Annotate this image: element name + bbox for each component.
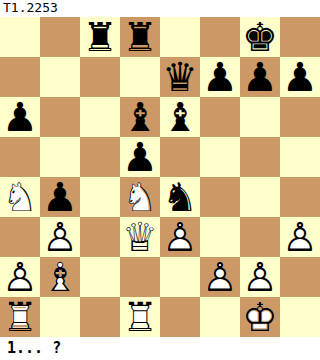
square-g7[interactable]: ♟ [240,57,280,97]
square-e1[interactable] [160,297,200,337]
wr-outline-glyph: ♖ [120,297,160,337]
wp-outline-glyph: ♙ [280,217,320,257]
square-f3[interactable] [200,217,240,257]
square-f5[interactable] [200,137,240,177]
wp-outline-glyph: ♙ [160,217,200,257]
square-b3[interactable]: ♟♙ [40,217,80,257]
wp-piece-f2: ♟♙ [200,257,240,297]
square-b7[interactable] [40,57,80,97]
square-b8[interactable] [40,17,80,57]
bn-piece-e4: ♞ [160,177,200,217]
wq-piece-d3: ♛♕ [120,217,160,257]
wp-outline-glyph: ♙ [240,257,280,297]
square-d3[interactable]: ♛♕ [120,217,160,257]
square-g4[interactable] [240,177,280,217]
wk-piece-g1: ♚♔ [240,297,280,337]
square-f2[interactable]: ♟♙ [200,257,240,297]
chess-board: ♜♜♚♛♟♟♟♟♝♝♟♞♘♟♞♘♞♟♙♛♕♟♙♟♙♟♙♝♗♟♙♟♙♜♖♜♖♚♔ [0,17,320,337]
wk-outline-glyph: ♔ [240,297,280,337]
square-e7[interactable]: ♛ [160,57,200,97]
move-prompt: 1... ? [0,337,320,360]
square-a4[interactable]: ♞♘ [0,177,40,217]
square-h5[interactable] [280,137,320,177]
square-h1[interactable] [280,297,320,337]
wp-piece-h3: ♟♙ [280,217,320,257]
br-piece-d8: ♜ [120,17,160,57]
bb-piece-d6: ♝ [120,97,160,137]
square-c1[interactable] [80,297,120,337]
square-b2[interactable]: ♝♗ [40,257,80,297]
square-d1[interactable]: ♜♖ [120,297,160,337]
square-a1[interactable]: ♜♖ [0,297,40,337]
square-f1[interactable] [200,297,240,337]
bp-piece-d5: ♟ [120,137,160,177]
square-f7[interactable]: ♟ [200,57,240,97]
square-h3[interactable]: ♟♙ [280,217,320,257]
square-f8[interactable] [200,17,240,57]
square-e6[interactable]: ♝ [160,97,200,137]
square-d8[interactable]: ♜ [120,17,160,57]
square-d2[interactable] [120,257,160,297]
wn-outline-glyph: ♘ [120,177,160,217]
square-c4[interactable] [80,177,120,217]
square-f6[interactable] [200,97,240,137]
wn-piece-a4: ♞♘ [0,177,40,217]
square-c8[interactable]: ♜ [80,17,120,57]
square-e2[interactable] [160,257,200,297]
square-d6[interactable]: ♝ [120,97,160,137]
wp-outline-glyph: ♙ [200,257,240,297]
square-h8[interactable] [280,17,320,57]
square-e4[interactable]: ♞ [160,177,200,217]
bp-piece-f7: ♟ [200,57,240,97]
wp-piece-b3: ♟♙ [40,217,80,257]
bq-piece-e7: ♛ [160,57,200,97]
square-b6[interactable] [40,97,80,137]
bk-piece-g8: ♚ [240,17,280,57]
wp-outline-glyph: ♙ [0,257,40,297]
square-c3[interactable] [80,217,120,257]
wq-outline-glyph: ♕ [120,217,160,257]
square-c2[interactable] [80,257,120,297]
wp-piece-a2: ♟♙ [0,257,40,297]
square-a2[interactable]: ♟♙ [0,257,40,297]
square-d7[interactable] [120,57,160,97]
square-a7[interactable] [0,57,40,97]
square-g5[interactable] [240,137,280,177]
square-f4[interactable] [200,177,240,217]
square-c5[interactable] [80,137,120,177]
square-e8[interactable] [160,17,200,57]
square-a5[interactable] [0,137,40,177]
square-a8[interactable] [0,17,40,57]
square-b5[interactable] [40,137,80,177]
square-g8[interactable]: ♚ [240,17,280,57]
square-c6[interactable] [80,97,120,137]
square-a6[interactable]: ♟ [0,97,40,137]
square-g1[interactable]: ♚♔ [240,297,280,337]
square-d5[interactable]: ♟ [120,137,160,177]
bp-piece-b4: ♟ [40,177,80,217]
wb-piece-b2: ♝♗ [40,257,80,297]
wb-outline-glyph: ♗ [40,257,80,297]
square-g2[interactable]: ♟♙ [240,257,280,297]
square-d4[interactable]: ♞♘ [120,177,160,217]
wp-piece-g2: ♟♙ [240,257,280,297]
square-e3[interactable]: ♟♙ [160,217,200,257]
wr-outline-glyph: ♖ [0,297,40,337]
bp-piece-h7: ♟ [280,57,320,97]
br-piece-c8: ♜ [80,17,120,57]
wr-piece-d1: ♜♖ [120,297,160,337]
square-e5[interactable] [160,137,200,177]
bb-piece-e6: ♝ [160,97,200,137]
bp-piece-a6: ♟ [0,97,40,137]
square-g6[interactable] [240,97,280,137]
square-a3[interactable] [0,217,40,257]
square-h6[interactable] [280,97,320,137]
square-g3[interactable] [240,217,280,257]
square-h4[interactable] [280,177,320,217]
bp-piece-g7: ♟ [240,57,280,97]
wr-piece-a1: ♜♖ [0,297,40,337]
square-b1[interactable] [40,297,80,337]
wp-piece-e3: ♟♙ [160,217,200,257]
square-h2[interactable] [280,257,320,297]
wn-piece-d4: ♞♘ [120,177,160,217]
wp-outline-glyph: ♙ [40,217,80,257]
square-h7[interactable]: ♟ [280,57,320,97]
square-b4[interactable]: ♟ [40,177,80,217]
square-c7[interactable] [80,57,120,97]
wn-outline-glyph: ♘ [0,177,40,217]
